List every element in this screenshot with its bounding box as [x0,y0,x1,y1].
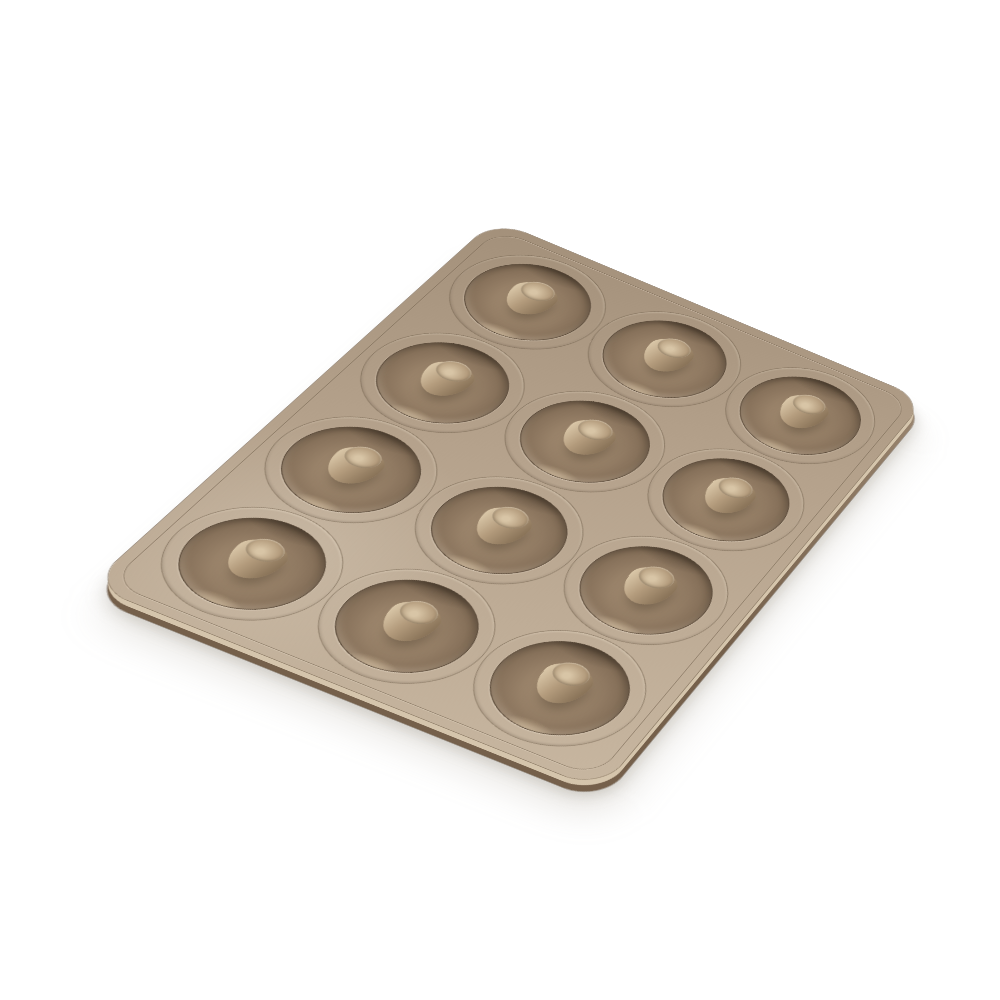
center-post [613,562,685,612]
center-post-cap [430,357,478,386]
center-post [465,502,540,551]
center-post-cap [546,658,596,691]
pan-top-surface [90,220,925,790]
center-post [694,473,762,520]
center-post-cap [393,596,445,628]
center-post [316,442,393,491]
center-post [634,334,701,378]
center-post-cap [633,562,680,593]
cavity-grid [121,235,902,770]
center-post-cap [572,415,618,444]
center-post-cap [486,502,535,533]
center-post [525,657,601,710]
center-post [770,390,835,434]
center-post [553,415,624,462]
center-post-cap [239,534,292,566]
center-post-cap [652,334,696,361]
product-photo [0,0,1000,1000]
center-post [371,596,450,648]
center-post-cap [338,442,388,472]
center-post-cap [713,473,758,502]
center-post [215,534,297,586]
center-post-cap [515,278,560,305]
donut-pan [90,220,925,790]
center-post [409,356,482,402]
center-post [496,277,565,321]
center-post-cap [788,391,831,419]
